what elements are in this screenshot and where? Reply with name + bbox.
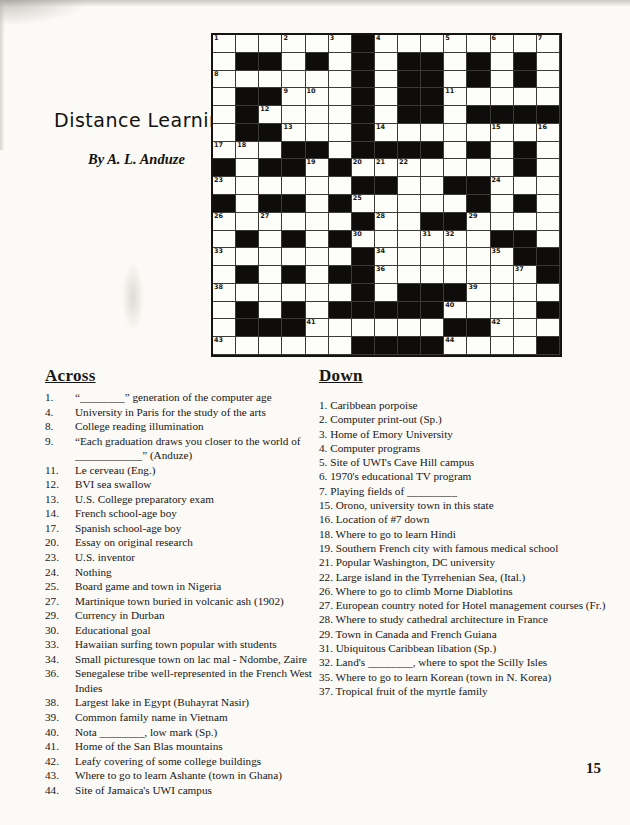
clue-text: “Each graduation draws you closer to the…: [75, 434, 321, 463]
grid-cell-black: [514, 53, 537, 71]
grid-cell-black: [514, 248, 537, 266]
grid-cell: [329, 53, 352, 71]
grid-cell-black: [236, 106, 259, 124]
grid-cell-black: [537, 106, 560, 124]
grid-cell-black: [352, 124, 375, 142]
cell-number: 4: [376, 35, 381, 42]
cell-number: 34: [376, 248, 385, 255]
clue-item: 5. Site of UWI's Cave Hill campus: [319, 455, 623, 469]
cell-number: 12: [260, 106, 269, 113]
clue-item: 38.Largest lake in Egypt (Buhayrat Nasir…: [45, 695, 321, 710]
clue-item: 26. Where to go to climb Morne Diablotin…: [319, 584, 623, 598]
clue-number: 41.: [45, 739, 75, 754]
clue-item: 12.BVI sea swallow: [45, 477, 321, 492]
cell-number: 18: [237, 142, 246, 149]
grid-cell: [514, 88, 537, 106]
cell-number: 32: [445, 231, 454, 238]
grid-cell: 21: [375, 159, 398, 177]
clue-item: 18. Where to go to learn Hindi: [319, 527, 623, 541]
grid-cell-black: [282, 159, 305, 177]
grid-cell: [467, 302, 490, 320]
scan-shadow-top: [0, 0, 630, 7]
grid-cell: 31: [421, 231, 444, 249]
clue-item: 37. Tropical fruit of the myrtle family: [319, 684, 623, 698]
grid-cell: [306, 177, 329, 195]
grid-cell: [236, 284, 259, 302]
grid-cell-black: [282, 195, 305, 213]
grid-cell-black: [398, 302, 421, 320]
grid-cell: [444, 248, 467, 266]
grid-cell: 35: [491, 248, 514, 266]
grid-cell: [306, 71, 329, 89]
grid-cell-black: [352, 106, 375, 124]
cell-number: 16: [538, 124, 547, 131]
grid-cell: [259, 337, 282, 355]
grid-cell-black: [329, 302, 352, 320]
scan-shadow-left: [0, 0, 5, 150]
clue-number: 38.: [45, 695, 75, 710]
clue-text: Senegalese tribe well-represented in the…: [75, 666, 321, 695]
grid-cell: [259, 266, 282, 284]
clue-item: 31. Ubiquitous Caribbean libation (Sp.): [319, 641, 623, 655]
down-header: Down: [319, 366, 363, 386]
grid-cell-black: [236, 319, 259, 337]
grid-cell: [398, 231, 421, 249]
grid-cell-black: [421, 302, 444, 320]
crossword-grid: 1234567891011121314151617181920212223242…: [211, 33, 562, 357]
cell-number: 31: [422, 231, 431, 238]
clue-text: Board game and town in Nigeria: [75, 579, 321, 594]
grid-cell-black: [352, 35, 375, 53]
grid-cell: [398, 248, 421, 266]
grid-cell: [537, 53, 560, 71]
grid-cell-black: [467, 71, 490, 89]
grid-cell-black: [236, 124, 259, 142]
clue-item: 4.University in Paris for the study of t…: [45, 405, 321, 420]
grid-cell: [259, 71, 282, 89]
grid-cell-black: [537, 266, 560, 284]
cell-number: 9: [283, 88, 288, 95]
grid-cell: [421, 266, 444, 284]
grid-cell-black: [375, 177, 398, 195]
clue-item: 29.Currency in Durban: [45, 608, 321, 623]
grid-cell: [259, 142, 282, 160]
cell-number: 40: [445, 302, 454, 309]
grid-cell: 14: [375, 124, 398, 142]
cell-number: 29: [468, 213, 477, 220]
clue-item: 41.Home of the San Blas mountains: [45, 739, 321, 754]
cell-number: 24: [492, 177, 501, 184]
grid-cell-black: [282, 231, 305, 249]
grid-cell-black: [352, 337, 375, 355]
grid-cell: [306, 337, 329, 355]
grid-cell: [329, 284, 352, 302]
grid-cell: [236, 195, 259, 213]
clue-item: 28. Where to study cathedral architectur…: [319, 612, 623, 626]
cell-number: 15: [492, 124, 501, 131]
scan-smudge: [122, 262, 144, 332]
grid-cell: [537, 71, 560, 89]
grid-cell: 23: [213, 177, 236, 195]
grid-cell-black: [329, 195, 352, 213]
grid-cell: [491, 266, 514, 284]
grid-cell: 17: [213, 142, 236, 160]
grid-cell: [329, 124, 352, 142]
clue-item: 34.Small picturesque town on lac mal - N…: [45, 652, 321, 667]
cell-number: 20: [353, 159, 362, 166]
grid-cell: [236, 35, 259, 53]
grid-cell: [491, 213, 514, 231]
grid-cell: 9: [282, 88, 305, 106]
clue-text: Le cerveau (Eng.): [75, 463, 321, 478]
grid-cell-black: [352, 71, 375, 89]
grid-cell: [375, 231, 398, 249]
grid-cell: [398, 195, 421, 213]
clue-item: 23.U.S. inventor: [45, 550, 321, 565]
grid-cell: [352, 319, 375, 337]
grid-cell: [491, 53, 514, 71]
grid-cell: 16: [537, 124, 560, 142]
grid-cell: [467, 124, 490, 142]
grid-cell-black: [398, 71, 421, 89]
grid-cell: [514, 213, 537, 231]
grid-cell: [306, 213, 329, 231]
clue-item: 30.Educational goal: [45, 623, 321, 638]
clue-text: Where to go to learn Ashante (town in Gh…: [75, 768, 321, 783]
cell-number: 13: [283, 124, 292, 131]
grid-cell: [282, 71, 305, 89]
grid-cell-black: [282, 266, 305, 284]
clue-text: French school-age boy: [75, 506, 321, 521]
clue-item: 11.Le cerveau (Eng.): [45, 463, 321, 478]
clue-text: Leafy covering of some college buildings: [75, 754, 321, 769]
clue-item: 32. Land's ________, where to spot the S…: [319, 655, 623, 669]
grid-cell: [491, 159, 514, 177]
grid-cell-black: [352, 88, 375, 106]
clue-number: 14.: [45, 506, 75, 521]
cell-number: 44: [445, 337, 454, 344]
grid-cell: [213, 319, 236, 337]
grid-cell: [375, 71, 398, 89]
grid-cell: [213, 106, 236, 124]
across-header: Across: [45, 366, 96, 386]
grid-cell: [444, 142, 467, 160]
cell-number: 1: [214, 35, 219, 42]
cell-number: 41: [307, 319, 316, 326]
clue-item: 35. Where to go to learn Korean (town in…: [319, 670, 623, 684]
grid-cell: [306, 35, 329, 53]
grid-cell: [537, 284, 560, 302]
grid-cell: [421, 159, 444, 177]
grid-cell: [259, 302, 282, 320]
grid-cell-black: [444, 319, 467, 337]
grid-cell: 18: [236, 142, 259, 160]
clue-text: Small picturesque town on lac mal - Ndom…: [75, 652, 321, 667]
grid-cell-black: [329, 266, 352, 284]
grid-cell: 44: [444, 337, 467, 355]
grid-cell: [421, 35, 444, 53]
page-number: 15: [586, 760, 601, 777]
grid-cell: [467, 159, 490, 177]
grid-cell: [467, 337, 490, 355]
grid-cell-black: [444, 177, 467, 195]
grid-cell: [306, 124, 329, 142]
grid-cell: 43: [213, 337, 236, 355]
grid-cell: [467, 248, 490, 266]
grid-cell-black: [375, 142, 398, 160]
clue-number: 20.: [45, 535, 75, 550]
grid-cell: [329, 248, 352, 266]
grid-cell: [236, 248, 259, 266]
clue-text: Site of Jamaica's UWI campus: [75, 783, 321, 798]
clue-item: 7. Playing fields of _________: [319, 484, 623, 498]
grid-cell: [236, 177, 259, 195]
grid-cell-black: [467, 177, 490, 195]
clue-text: Nota ________, low mark (Sp.): [75, 725, 321, 740]
clue-item: 4. Computer programs: [319, 441, 623, 455]
scan-shadow-corner: [0, 0, 90, 26]
cell-number: 7: [538, 35, 543, 42]
cell-number: 22: [399, 159, 408, 166]
grid-cell: [398, 319, 421, 337]
grid-cell-black: [467, 142, 490, 160]
grid-cell: [375, 319, 398, 337]
cell-number: 2: [283, 35, 288, 42]
clue-item: 43.Where to go to learn Ashante (town in…: [45, 768, 321, 783]
grid-cell-black: [282, 319, 305, 337]
grid-cell: 34: [375, 248, 398, 266]
grid-cell-black: [514, 106, 537, 124]
cell-number: 26: [214, 213, 223, 220]
grid-cell: [514, 302, 537, 320]
grid-cell: [329, 106, 352, 124]
clue-item: 17.Spanish school-age boy: [45, 521, 321, 536]
grid-cell: [421, 195, 444, 213]
clue-number: 9.: [45, 434, 75, 463]
clue-item: 9.“Each graduation draws you closer to t…: [45, 434, 321, 463]
grid-cell: [421, 248, 444, 266]
grid-cell: [213, 302, 236, 320]
clue-item: 22. Large island in the Tyrrehenian Sea,…: [319, 570, 623, 584]
grid-cell: [444, 106, 467, 124]
grid-cell-black: [444, 284, 467, 302]
grid-cell-black: [352, 302, 375, 320]
cell-number: 36: [376, 266, 385, 273]
clue-number: 30.: [45, 623, 75, 638]
clue-number: 34.: [45, 652, 75, 667]
grid-cell: [444, 53, 467, 71]
grid-cell: [282, 284, 305, 302]
grid-cell: [398, 213, 421, 231]
clue-item: 19. Southern French city with famous med…: [319, 541, 623, 555]
clue-text: Currency in Durban: [75, 608, 321, 623]
clue-text: Largest lake in Egypt (Buhayrat Nasir): [75, 695, 321, 710]
grid-cell-black: [259, 124, 282, 142]
grid-cell-black: [213, 159, 236, 177]
grid-cell: 6: [491, 35, 514, 53]
grid-cell: [467, 266, 490, 284]
grid-cell-black: [236, 53, 259, 71]
clue-item: 2. Computer print-out (Sp.): [319, 412, 623, 426]
clue-item: 1.“________” generation of the computer …: [45, 390, 321, 405]
grid-cell-black: [306, 142, 329, 160]
clue-text: Spanish school-age boy: [75, 521, 321, 536]
cell-number: 27: [260, 213, 269, 220]
grid-cell: [537, 159, 560, 177]
grid-cell: [444, 266, 467, 284]
clue-item: 15. Orono, university town in this state: [319, 498, 623, 512]
clue-number: 8.: [45, 419, 75, 434]
grid-cell: 3: [329, 35, 352, 53]
grid-cell: [236, 213, 259, 231]
grid-cell: 27: [259, 213, 282, 231]
grid-cell: 1: [213, 35, 236, 53]
clue-text: College reading illumination: [75, 419, 321, 434]
clue-number: 33.: [45, 637, 75, 652]
grid-cell: 20: [352, 159, 375, 177]
grid-cell-black: [467, 319, 490, 337]
cell-number: 11: [445, 88, 454, 95]
grid-cell-black: [259, 319, 282, 337]
cell-number: 35: [492, 248, 501, 255]
cell-number: 38: [214, 284, 223, 291]
clue-item: 27.Martinique town buried in volcanic as…: [45, 594, 321, 609]
grid-cell: [444, 195, 467, 213]
clue-item: 40.Nota ________, low mark (Sp.): [45, 725, 321, 740]
grid-cell-black: [236, 88, 259, 106]
grid-cell: [213, 88, 236, 106]
grid-cell: [467, 35, 490, 53]
grid-cell-black: [259, 88, 282, 106]
grid-cell-black: [421, 337, 444, 355]
grid-cell: [282, 177, 305, 195]
grid-cell: [444, 71, 467, 89]
grid-cell: [236, 71, 259, 89]
grid-cell-black: [329, 159, 352, 177]
clue-number: 39.: [45, 710, 75, 725]
grid-cell-black: [352, 284, 375, 302]
clue-item: 33.Hawaiian surfing town popular with st…: [45, 637, 321, 652]
clue-item: 21. Popular Washington, DC university: [319, 555, 623, 569]
grid-cell: 39: [467, 284, 490, 302]
grid-cell: [213, 266, 236, 284]
grid-cell-black: [259, 53, 282, 71]
grid-cell: 29: [467, 213, 490, 231]
clue-number: 43.: [45, 768, 75, 783]
cell-number: 28: [376, 213, 385, 220]
clue-number: 29.: [45, 608, 75, 623]
cell-number: 3: [330, 35, 335, 42]
grid-cell: [444, 159, 467, 177]
grid-cell-black: [398, 284, 421, 302]
cell-number: 23: [214, 177, 223, 184]
grid-cell: [514, 177, 537, 195]
clue-item: 20.Essay on original research: [45, 535, 321, 550]
grid-cell-black: [421, 53, 444, 71]
grid-cell: [329, 142, 352, 160]
clue-item: 39.Common family name in Vietnam: [45, 710, 321, 725]
grid-cell: [259, 35, 282, 53]
grid-cell-black: [421, 284, 444, 302]
grid-cell: [306, 248, 329, 266]
grid-cell: 28: [375, 213, 398, 231]
cell-number: 25: [353, 195, 362, 202]
grid-cell: [491, 71, 514, 89]
grid-cell: [306, 195, 329, 213]
grid-cell: [329, 88, 352, 106]
grid-cell-black: [398, 53, 421, 71]
grid-cell-black: [236, 231, 259, 249]
grid-cell: 32: [444, 231, 467, 249]
clue-text: “________” generation of the computer ag…: [75, 390, 321, 405]
grid-cell: [282, 337, 305, 355]
grid-cell: [491, 195, 514, 213]
grid-cell: [491, 88, 514, 106]
grid-cell-black: [398, 88, 421, 106]
grid-cell: [467, 88, 490, 106]
grid-cell: [491, 302, 514, 320]
clue-number: 1.: [45, 390, 75, 405]
grid-cell: [421, 319, 444, 337]
grid-cell: [444, 124, 467, 142]
grid-cell-black: [514, 159, 537, 177]
clue-text: Nothing: [75, 565, 321, 580]
grid-cell-black: [421, 71, 444, 89]
grid-cell-black: [259, 195, 282, 213]
clue-item: 24.Nothing: [45, 565, 321, 580]
grid-cell: 30: [352, 231, 375, 249]
grid-cell: [282, 248, 305, 266]
grid-cell: [491, 142, 514, 160]
grid-cell: [421, 177, 444, 195]
grid-cell-black: [213, 195, 236, 213]
grid-cell: 38: [213, 284, 236, 302]
clue-text: Essay on original research: [75, 535, 321, 550]
grid-cell: [514, 124, 537, 142]
grid-cell: 7: [537, 35, 560, 53]
grid-cell: [398, 266, 421, 284]
grid-cell: [421, 124, 444, 142]
grid-cell: 24: [491, 177, 514, 195]
grid-cell: 5: [444, 35, 467, 53]
clue-text: Home of the San Blas mountains: [75, 739, 321, 754]
grid-cell-black: [444, 213, 467, 231]
grid-cell-black: [352, 266, 375, 284]
grid-cell: 25: [352, 195, 375, 213]
clue-number: 17.: [45, 521, 75, 536]
grid-cell: [259, 231, 282, 249]
grid-cell: [259, 284, 282, 302]
grid-cell: [329, 319, 352, 337]
grid-cell: [236, 159, 259, 177]
grid-cell-black: [398, 142, 421, 160]
grid-cell-black: [421, 213, 444, 231]
grid-cell-black: [514, 71, 537, 89]
clue-item: 29. Town in Canada and French Guiana: [319, 627, 623, 641]
cell-number: 6: [492, 35, 497, 42]
grid-cell: [329, 337, 352, 355]
clue-text: Hawaiian surfing town popular with stude…: [75, 637, 321, 652]
cell-number: 43: [214, 337, 223, 344]
clue-number: 25.: [45, 579, 75, 594]
grid-cell: 37: [514, 266, 537, 284]
cell-number: 17: [214, 142, 223, 149]
clue-text: U.S. College preparatory exam: [75, 492, 321, 507]
grid-cell: [537, 231, 560, 249]
grid-cell: [306, 302, 329, 320]
clue-item: 8.College reading illumination: [45, 419, 321, 434]
cell-number: 5: [445, 35, 450, 42]
